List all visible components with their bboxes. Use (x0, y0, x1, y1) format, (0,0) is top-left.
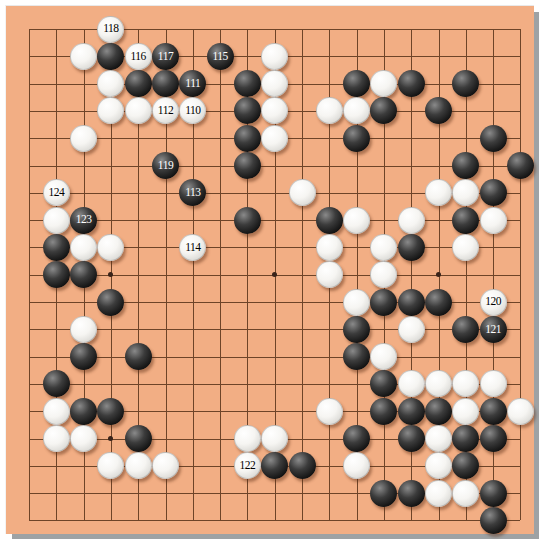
black-stone (343, 425, 370, 452)
black-stone (480, 507, 507, 534)
black-stone (452, 425, 479, 452)
black-stone (70, 261, 97, 288)
white-stone (234, 425, 261, 452)
white-stone: 114 (179, 234, 206, 261)
white-stone (261, 97, 288, 124)
white-stone (43, 425, 70, 452)
go-board[interactable]: 1181161171151111121101191241131231141201… (5, 5, 534, 534)
white-stone (70, 425, 97, 452)
white-stone: 122 (234, 452, 261, 479)
move-number-label: 116 (131, 51, 146, 63)
black-stone (507, 152, 534, 179)
black-stone (343, 70, 370, 97)
black-stone: 111 (179, 70, 206, 97)
white-stone (316, 261, 343, 288)
star-point (108, 436, 113, 441)
black-stone (70, 343, 97, 370)
grid-line-vertical (520, 29, 521, 520)
white-stone: 120 (480, 289, 507, 316)
move-number-label: 118 (103, 23, 118, 35)
move-number-label: 121 (485, 324, 501, 336)
black-stone (97, 43, 124, 70)
move-number-label: 124 (48, 187, 64, 199)
white-stone (70, 43, 97, 70)
grid-line-horizontal (29, 520, 520, 521)
move-number-label: 117 (158, 51, 173, 63)
white-stone (125, 452, 152, 479)
white-stone (370, 261, 397, 288)
black-stone (97, 289, 124, 316)
white-stone (261, 425, 288, 452)
white-stone: 112 (152, 97, 179, 124)
white-stone (425, 452, 452, 479)
white-stone (425, 480, 452, 507)
black-stone (480, 425, 507, 452)
star-point (108, 272, 113, 277)
black-stone (234, 97, 261, 124)
white-stone (316, 234, 343, 261)
black-stone (480, 480, 507, 507)
black-stone (43, 370, 70, 397)
move-number-label: 122 (240, 460, 256, 472)
white-stone: 110 (179, 97, 206, 124)
black-stone (234, 152, 261, 179)
black-stone (234, 125, 261, 152)
grid-line-vertical (302, 29, 303, 520)
star-point (272, 272, 277, 277)
black-stone (452, 70, 479, 97)
white-stone (452, 480, 479, 507)
black-stone (425, 398, 452, 425)
white-stone (425, 370, 452, 397)
black-stone (452, 207, 479, 234)
move-number-label: 119 (158, 160, 173, 172)
black-stone (316, 207, 343, 234)
star-point (436, 272, 441, 277)
black-stone (398, 70, 425, 97)
white-stone (97, 234, 124, 261)
black-stone (152, 70, 179, 97)
white-stone (70, 316, 97, 343)
black-stone (480, 125, 507, 152)
black-stone (480, 179, 507, 206)
black-stone (452, 452, 479, 479)
grid-line-horizontal (29, 329, 520, 330)
white-stone: 118 (97, 16, 124, 43)
white-stone (152, 452, 179, 479)
white-stone (398, 207, 425, 234)
white-stone (480, 207, 507, 234)
black-stone (425, 97, 452, 124)
black-stone (452, 152, 479, 179)
white-stone (261, 70, 288, 97)
black-stone: 113 (179, 179, 206, 206)
black-stone (125, 70, 152, 97)
white-stone (316, 398, 343, 425)
black-stone (43, 234, 70, 261)
white-stone (425, 425, 452, 452)
white-stone (370, 343, 397, 370)
move-number-label: 120 (485, 296, 501, 308)
black-stone (234, 70, 261, 97)
white-stone (97, 70, 124, 97)
white-stone (452, 234, 479, 261)
white-stone (398, 370, 425, 397)
black-stone (370, 480, 397, 507)
white-stone (480, 370, 507, 397)
white-stone (43, 398, 70, 425)
black-stone (234, 207, 261, 234)
move-number-label: 111 (185, 78, 200, 90)
black-stone (398, 289, 425, 316)
black-stone (370, 398, 397, 425)
white-stone (370, 70, 397, 97)
black-stone (370, 370, 397, 397)
white-stone (70, 125, 97, 152)
white-stone (452, 398, 479, 425)
white-stone (370, 234, 397, 261)
black-stone (452, 316, 479, 343)
black-stone (289, 452, 316, 479)
black-stone (343, 316, 370, 343)
white-stone (261, 125, 288, 152)
white-stone (70, 234, 97, 261)
white-stone (125, 97, 152, 124)
move-number-label: 115 (212, 51, 227, 63)
black-stone: 117 (152, 43, 179, 70)
black-stone (425, 289, 452, 316)
black-stone (43, 261, 70, 288)
white-stone (343, 97, 370, 124)
black-stone (343, 343, 370, 370)
white-stone (343, 289, 370, 316)
white-stone (97, 97, 124, 124)
white-stone (97, 452, 124, 479)
black-stone: 123 (70, 207, 97, 234)
white-stone: 124 (43, 179, 70, 206)
move-number-label: 123 (76, 214, 92, 226)
black-stone (398, 425, 425, 452)
black-stone (343, 125, 370, 152)
white-stone (343, 452, 370, 479)
white-stone (289, 179, 316, 206)
go-game-screenshot: 1181161171151111121101191241131231141201… (0, 0, 550, 550)
white-stone (43, 207, 70, 234)
white-stone (507, 398, 534, 425)
white-stone (452, 370, 479, 397)
move-number-label: 113 (185, 187, 200, 199)
white-stone (398, 316, 425, 343)
white-stone (425, 179, 452, 206)
black-stone (125, 425, 152, 452)
white-stone (316, 97, 343, 124)
black-stone (480, 398, 507, 425)
black-stone (398, 398, 425, 425)
black-stone: 121 (480, 316, 507, 343)
white-stone (261, 43, 288, 70)
black-stone (370, 289, 397, 316)
black-stone (398, 480, 425, 507)
white-stone: 116 (125, 43, 152, 70)
move-number-label: 112 (158, 105, 173, 117)
black-stone (398, 234, 425, 261)
black-stone: 115 (207, 43, 234, 70)
black-stone (70, 398, 97, 425)
move-number-label: 110 (185, 105, 200, 117)
black-stone (261, 452, 288, 479)
white-stone (452, 179, 479, 206)
white-stone (343, 207, 370, 234)
black-stone (125, 343, 152, 370)
move-number-label: 114 (185, 242, 200, 254)
black-stone (370, 97, 397, 124)
black-stone: 119 (152, 152, 179, 179)
black-stone (97, 398, 124, 425)
grid-line-horizontal (29, 357, 520, 358)
